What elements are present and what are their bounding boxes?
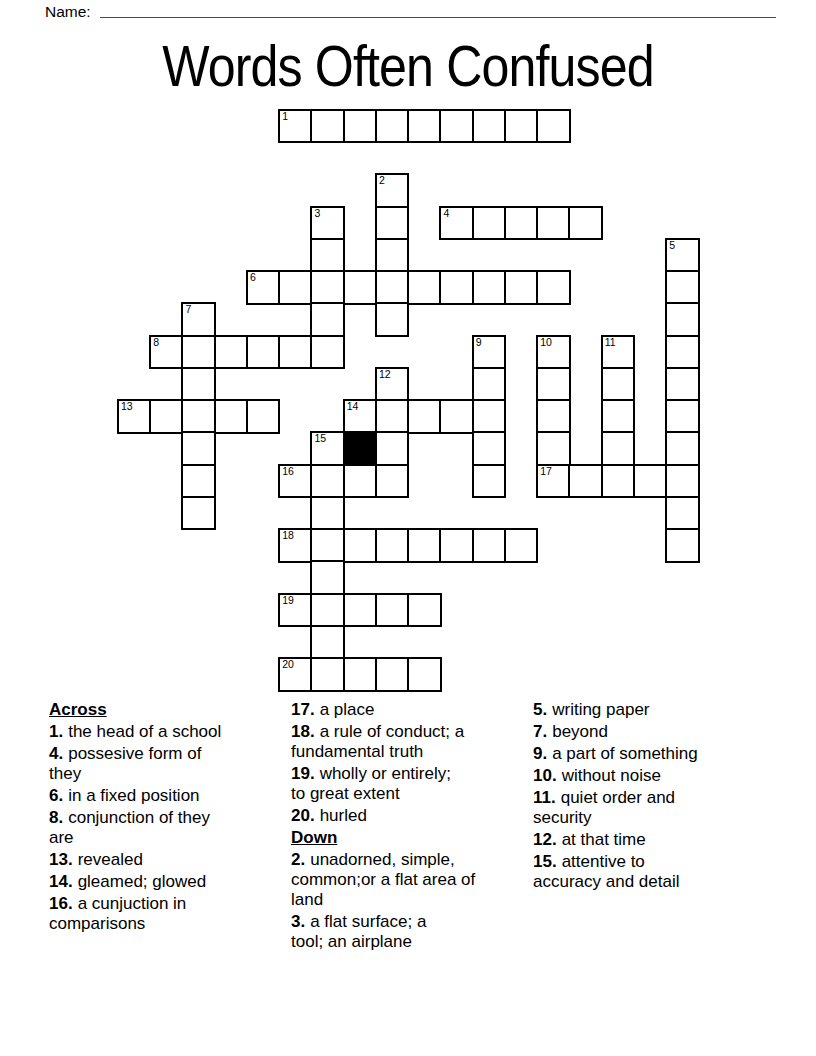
grid-cell[interactable]: [181, 367, 215, 401]
grid-cell[interactable]: [310, 302, 344, 336]
grid-cell[interactable]: 9: [472, 335, 506, 369]
cell-number: 4: [443, 208, 449, 219]
grid-cell[interactable]: [407, 593, 441, 627]
clue-heading-down: Down: [291, 828, 533, 848]
clue-item: 3.a flat surface; a tool; an airplane: [291, 912, 533, 952]
grid-cell[interactable]: [310, 528, 344, 562]
clue-number-label: 7.: [533, 722, 547, 741]
grid-cell[interactable]: [310, 270, 344, 304]
grid-cell[interactable]: [149, 399, 183, 433]
clue-number-label: 16.: [49, 894, 73, 913]
grid-cell[interactable]: 7: [181, 302, 215, 336]
grid-cell[interactable]: [665, 367, 699, 401]
clue-item: 11.quiet order and security: [533, 788, 775, 828]
grid-cell[interactable]: [181, 496, 215, 530]
cell-number: 11: [605, 337, 616, 348]
grid-cell[interactable]: 10: [536, 335, 570, 369]
grid-cell[interactable]: [633, 464, 667, 498]
grid-cell[interactable]: [278, 335, 312, 369]
grid-cell[interactable]: [665, 431, 699, 465]
grid-cell[interactable]: [343, 593, 377, 627]
grid-cell[interactable]: [343, 109, 377, 143]
clue-text: beyond: [552, 722, 608, 741]
clue-text: at that time: [562, 830, 646, 849]
clue-column-middle: 17.a place18.a rule of conduct; a fundam…: [291, 700, 533, 954]
clue-text: hurled: [320, 806, 367, 825]
grid-cell[interactable]: [536, 206, 570, 240]
worksheet-page: Name: Words Often Confused 1234567891011…: [0, 0, 816, 1056]
grid-cell[interactable]: [310, 464, 344, 498]
cell-number: 7: [185, 304, 191, 315]
grid-cell[interactable]: 8: [149, 335, 183, 369]
grid-cell[interactable]: [536, 109, 570, 143]
grid-cell[interactable]: [472, 270, 506, 304]
grid-cell[interactable]: [439, 528, 473, 562]
clue-number-label: 17.: [291, 700, 315, 719]
cell-number: 3: [314, 208, 320, 219]
cell-number: 17: [540, 466, 552, 477]
grid-cell[interactable]: [375, 270, 409, 304]
grid-cell[interactable]: [343, 528, 377, 562]
grid-cell[interactable]: [214, 335, 248, 369]
grid-cell[interactable]: [214, 399, 248, 433]
grid-cell[interactable]: [568, 206, 602, 240]
grid-cell[interactable]: [407, 109, 441, 143]
grid-cell[interactable]: 13: [117, 399, 151, 433]
grid-cell[interactable]: [278, 270, 312, 304]
clue-number-label: 20.: [291, 806, 315, 825]
clue-item: 8.conjunction of they are: [49, 808, 291, 848]
grid-cell[interactable]: [343, 657, 377, 691]
grid-cell[interactable]: [665, 464, 699, 498]
clue-item: 10.without noise: [533, 766, 775, 786]
clue-text: unadorned, simple, common;or a flat area…: [291, 850, 475, 909]
clue-number-label: 2.: [291, 850, 305, 869]
grid-cell[interactable]: 6: [246, 270, 280, 304]
clue-item: 20.hurled: [291, 806, 533, 826]
clue-item: 7.beyond: [533, 722, 775, 742]
clue-text: without noise: [562, 766, 661, 785]
grid-cell[interactable]: [310, 560, 344, 594]
clue-item: 12.at that time: [533, 830, 775, 850]
grid-cell[interactable]: 16: [278, 464, 312, 498]
clue-text: a part of something: [552, 744, 698, 763]
grid-cell[interactable]: [407, 270, 441, 304]
grid-cell[interactable]: [536, 399, 570, 433]
grid-cell[interactable]: [375, 109, 409, 143]
grid-cell[interactable]: [665, 335, 699, 369]
name-label: Name:: [45, 3, 91, 21]
name-blank-line[interactable]: [100, 0, 776, 18]
grid-cell[interactable]: 18: [278, 528, 312, 562]
clue-text: conjunction of they are: [49, 808, 210, 847]
clue-item: 13.revealed: [49, 850, 291, 870]
clue-number-label: 8.: [49, 808, 63, 827]
grid-cell[interactable]: 12: [375, 367, 409, 401]
clue-number-label: 14.: [49, 872, 73, 891]
grid-cell[interactable]: [181, 335, 215, 369]
crossword-grid: 1234567891011121314151617181920: [118, 110, 699, 691]
clue-item: 18.a rule of conduct; a fundamental trut…: [291, 722, 533, 762]
grid-cell[interactable]: 3: [310, 206, 344, 240]
cell-number: 18: [282, 530, 294, 541]
grid-cell[interactable]: [375, 464, 409, 498]
grid-cell[interactable]: [375, 302, 409, 336]
page-title: Words Often Confused: [49, 38, 767, 95]
grid-cell[interactable]: 15: [310, 431, 344, 465]
grid-cell[interactable]: 1: [278, 109, 312, 143]
grid-cell[interactable]: [375, 238, 409, 272]
grid-cell[interactable]: [375, 399, 409, 433]
grid-cell[interactable]: [536, 270, 570, 304]
cell-number: 2: [379, 175, 385, 186]
clue-item: 2.unadorned, simple, common;or a flat ar…: [291, 850, 533, 910]
grid-cell[interactable]: [472, 367, 506, 401]
grid-cell[interactable]: [601, 464, 635, 498]
clue-number-label: 19.: [291, 764, 315, 783]
grid-cell[interactable]: [343, 270, 377, 304]
cell-number: 16: [282, 466, 294, 477]
clue-heading-across: Across: [49, 700, 291, 720]
grid-cell[interactable]: [504, 270, 538, 304]
cell-number: 5: [669, 240, 675, 251]
clue-item: 16.a cunjuction in comparisons: [49, 894, 291, 934]
grid-cell[interactable]: [407, 657, 441, 691]
clue-text: revealed: [78, 850, 143, 869]
clue-text: in a fixed position: [68, 786, 199, 805]
clue-text: the head of a school: [68, 722, 221, 741]
grid-cell[interactable]: 17: [536, 464, 570, 498]
grid-cell[interactable]: 19: [278, 593, 312, 627]
clue-item: 6.in a fixed position: [49, 786, 291, 806]
grid-cell[interactable]: [665, 270, 699, 304]
grid-cell[interactable]: [310, 593, 344, 627]
cell-number: 12: [379, 369, 391, 380]
clue-number-label: 6.: [49, 786, 63, 805]
grid-cell[interactable]: [601, 399, 635, 433]
grid-cell[interactable]: 5: [665, 238, 699, 272]
grid-cell[interactable]: [472, 464, 506, 498]
grid-cell[interactable]: [310, 496, 344, 530]
grid-cell[interactable]: [665, 528, 699, 562]
grid-cell[interactable]: [601, 367, 635, 401]
grid-cell[interactable]: [375, 431, 409, 465]
grid-cell[interactable]: [472, 399, 506, 433]
clue-item: 1.the head of a school: [49, 722, 291, 742]
cell-number: 13: [121, 401, 133, 412]
clue-number-label: 15.: [533, 852, 557, 871]
cell-number: 19: [282, 595, 294, 606]
grid-cell[interactable]: [181, 464, 215, 498]
cell-number: 10: [540, 337, 552, 348]
grid-cell[interactable]: [181, 431, 215, 465]
clue-column-left: Across1.the head of a school4.possesive …: [49, 700, 291, 936]
grid-cell[interactable]: [472, 528, 506, 562]
grid-cell[interactable]: [665, 399, 699, 433]
grid-cell[interactable]: [310, 109, 344, 143]
grid-cell[interactable]: [439, 109, 473, 143]
grid-cell[interactable]: [375, 657, 409, 691]
clue-number-label: 13.: [49, 850, 73, 869]
grid-cell[interactable]: [665, 302, 699, 336]
grid-cell[interactable]: [601, 431, 635, 465]
clue-number-label: 3.: [291, 912, 305, 931]
clue-text: a place: [320, 700, 375, 719]
grid-cell[interactable]: [246, 335, 280, 369]
grid-cell[interactable]: [439, 399, 473, 433]
grid-cell[interactable]: 11: [601, 335, 635, 369]
grid-cell[interactable]: [568, 464, 602, 498]
cell-number: 1: [282, 111, 288, 122]
grid-cell[interactable]: [472, 109, 506, 143]
grid-cell[interactable]: [504, 206, 538, 240]
clue-number-label: 18.: [291, 722, 315, 741]
grid-cell[interactable]: 14: [343, 399, 377, 433]
grid-cell[interactable]: [536, 367, 570, 401]
grid-cell[interactable]: [310, 238, 344, 272]
clue-item: 4.possesive form of they: [49, 744, 291, 784]
cell-number: 8: [153, 337, 159, 348]
grid-cell[interactable]: [375, 593, 409, 627]
cell-number: 20: [282, 659, 294, 670]
clue-number-label: 10.: [533, 766, 557, 785]
clue-text: a rule of conduct; a fundamental truth: [291, 722, 464, 761]
grid-cell[interactable]: [181, 399, 215, 433]
clue-text: a flat surface; a tool; an airplane: [291, 912, 426, 951]
grid-cell[interactable]: [310, 625, 344, 659]
clue-item: 5.writing paper: [533, 700, 775, 720]
clue-number-label: 12.: [533, 830, 557, 849]
clue-item: 9.a part of something: [533, 744, 775, 764]
grid-cell[interactable]: [472, 431, 506, 465]
clue-number-label: 4.: [49, 744, 63, 763]
black-cell: [343, 431, 377, 465]
grid-cell[interactable]: [246, 399, 280, 433]
grid-cell[interactable]: [665, 496, 699, 530]
grid-cell[interactable]: [407, 528, 441, 562]
clue-number-label: 1.: [49, 722, 63, 741]
cell-number: 9: [476, 337, 482, 348]
grid-cell[interactable]: [375, 528, 409, 562]
grid-cell[interactable]: [343, 464, 377, 498]
grid-cell[interactable]: 20: [278, 657, 312, 691]
clue-number-label: 11.: [533, 788, 556, 807]
grid-cell[interactable]: [472, 206, 506, 240]
clue-number-label: 5.: [533, 700, 547, 719]
clue-column-right: 5.writing paper7.beyond9.a part of somet…: [533, 700, 775, 894]
grid-cell[interactable]: [536, 431, 570, 465]
clue-text: gleamed; glowed: [78, 872, 207, 891]
clue-item: 17.a place: [291, 700, 533, 720]
clue-text: possesive form of they: [49, 744, 201, 783]
grid-cell[interactable]: [407, 399, 441, 433]
clue-text: writing paper: [552, 700, 649, 719]
clue-number-label: 9.: [533, 744, 547, 763]
grid-cell[interactable]: 2: [375, 173, 409, 207]
grid-cell[interactable]: [310, 335, 344, 369]
cell-number: 6: [250, 272, 256, 283]
grid-cell[interactable]: [439, 270, 473, 304]
cell-number: 15: [314, 433, 326, 444]
clue-item: 15.attentive to accuracy and detail: [533, 852, 775, 892]
grid-cell[interactable]: [504, 528, 538, 562]
clue-item: 14.gleamed; glowed: [49, 872, 291, 892]
clue-item: 19.wholly or entirely; to great extent: [291, 764, 533, 804]
grid-cell[interactable]: 4: [439, 206, 473, 240]
grid-cell[interactable]: [310, 657, 344, 691]
grid-cell[interactable]: [375, 206, 409, 240]
cell-number: 14: [347, 401, 359, 412]
grid-cell[interactable]: [504, 109, 538, 143]
